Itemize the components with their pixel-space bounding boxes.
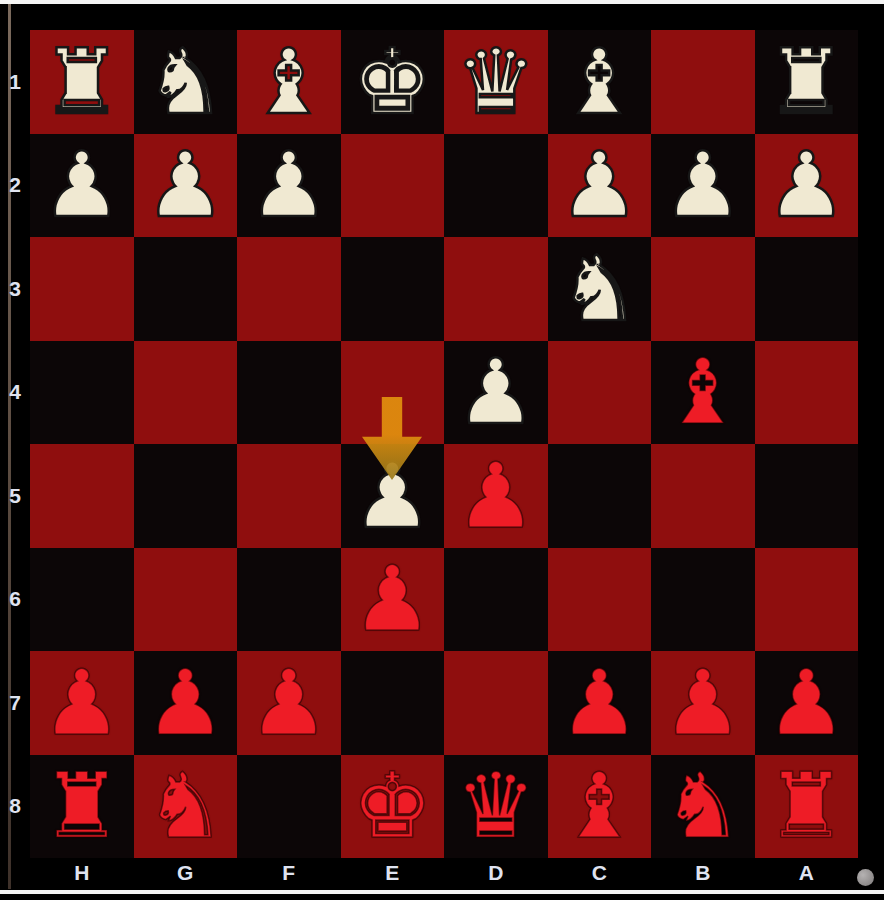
white-bishop[interactable]: ♝ [248, 37, 329, 127]
square-a7[interactable]: ♟ [755, 651, 859, 755]
square-b1[interactable] [651, 30, 755, 134]
square-e1[interactable]: ♚ [341, 30, 445, 134]
white-pawn[interactable]: ♟ [766, 140, 847, 230]
white-rook[interactable]: ♜ [766, 37, 847, 127]
red-bishop[interactable]: ♝ [662, 347, 743, 437]
white-bishop[interactable]: ♝ [559, 37, 640, 127]
white-pawn[interactable]: ♟ [41, 140, 122, 230]
file-label-h: H [30, 858, 134, 888]
red-pawn[interactable]: ♟ [662, 658, 743, 748]
square-e3[interactable] [341, 237, 445, 341]
white-pawn[interactable]: ♟ [662, 140, 743, 230]
square-e7[interactable] [341, 651, 445, 755]
red-queen[interactable]: ♛ [455, 761, 536, 851]
file-label-g: G [134, 858, 238, 888]
rank-label-7: 7 [0, 651, 30, 755]
window-top-border [0, 0, 884, 4]
square-f3[interactable] [237, 237, 341, 341]
square-f4[interactable] [237, 341, 341, 445]
rank-labels: 12345678 [0, 30, 30, 858]
rank-label-5: 5 [0, 444, 30, 548]
chess-board-window: 12345678 ♜♞♝♚♛♝♜♟♟♟♟♟♟♞♟♝♟♟♟♟♟♟♟♟♟♜♞♚♛♝♞… [0, 0, 884, 900]
red-pawn[interactable]: ♟ [248, 658, 329, 748]
square-c5[interactable] [548, 444, 652, 548]
square-d6[interactable] [444, 548, 548, 652]
square-b3[interactable] [651, 237, 755, 341]
square-d1[interactable]: ♛ [444, 30, 548, 134]
square-b6[interactable] [651, 548, 755, 652]
square-g5[interactable] [134, 444, 238, 548]
red-rook[interactable]: ♜ [766, 761, 847, 851]
white-knight[interactable]: ♞ [145, 37, 226, 127]
square-a3[interactable] [755, 237, 859, 341]
square-f5[interactable] [237, 444, 341, 548]
chess-board: ♜♞♝♚♛♝♜♟♟♟♟♟♟♞♟♝♟♟♟♟♟♟♟♟♟♜♞♚♛♝♞♜ [30, 30, 858, 858]
square-g8[interactable]: ♞ [134, 755, 238, 859]
red-pawn[interactable]: ♟ [352, 554, 433, 644]
square-h2[interactable]: ♟ [30, 134, 134, 238]
square-c6[interactable] [548, 548, 652, 652]
square-c4[interactable] [548, 341, 652, 445]
red-pawn[interactable]: ♟ [41, 658, 122, 748]
window-bottom-border [0, 890, 884, 894]
rank-label-1: 1 [0, 30, 30, 134]
square-f2[interactable]: ♟ [237, 134, 341, 238]
red-knight[interactable]: ♞ [145, 761, 226, 851]
square-b2[interactable]: ♟ [651, 134, 755, 238]
white-pawn[interactable]: ♟ [248, 140, 329, 230]
file-label-c: C [548, 858, 652, 888]
white-queen[interactable]: ♛ [455, 37, 536, 127]
file-label-f: F [237, 858, 341, 888]
red-king[interactable]: ♚ [352, 761, 433, 851]
square-d5[interactable]: ♟ [444, 444, 548, 548]
square-b7[interactable]: ♟ [651, 651, 755, 755]
square-h1[interactable]: ♜ [30, 30, 134, 134]
red-pawn[interactable]: ♟ [559, 658, 640, 748]
square-c7[interactable]: ♟ [548, 651, 652, 755]
square-c1[interactable]: ♝ [548, 30, 652, 134]
square-a1[interactable]: ♜ [755, 30, 859, 134]
square-g4[interactable] [134, 341, 238, 445]
square-c8[interactable]: ♝ [548, 755, 652, 859]
square-a2[interactable]: ♟ [755, 134, 859, 238]
rank-label-3: 3 [0, 237, 30, 341]
square-g6[interactable] [134, 548, 238, 652]
red-pawn[interactable]: ♟ [455, 451, 536, 541]
red-pawn[interactable]: ♟ [145, 658, 226, 748]
red-knight[interactable]: ♞ [662, 761, 743, 851]
rank-label-4: 4 [0, 341, 30, 445]
square-b5[interactable] [651, 444, 755, 548]
red-rook[interactable]: ♜ [41, 761, 122, 851]
red-bishop[interactable]: ♝ [559, 761, 640, 851]
square-g1[interactable]: ♞ [134, 30, 238, 134]
square-f1[interactable]: ♝ [237, 30, 341, 134]
square-e8[interactable]: ♚ [341, 755, 445, 859]
white-pawn[interactable]: ♟ [455, 347, 536, 437]
square-d4[interactable]: ♟ [444, 341, 548, 445]
square-b8[interactable]: ♞ [651, 755, 755, 859]
square-a6[interactable] [755, 548, 859, 652]
file-label-d: D [444, 858, 548, 888]
square-d2[interactable] [444, 134, 548, 238]
white-pawn[interactable]: ♟ [559, 140, 640, 230]
square-a8[interactable]: ♜ [755, 755, 859, 859]
square-g7[interactable]: ♟ [134, 651, 238, 755]
white-pawn[interactable]: ♟ [145, 140, 226, 230]
file-label-a: A [755, 858, 859, 888]
square-c2[interactable]: ♟ [548, 134, 652, 238]
white-rook[interactable]: ♜ [41, 37, 122, 127]
square-d7[interactable] [444, 651, 548, 755]
square-f8[interactable] [237, 755, 341, 859]
rank-label-6: 6 [0, 548, 30, 652]
square-h8[interactable]: ♜ [30, 755, 134, 859]
square-h6[interactable] [30, 548, 134, 652]
square-f6[interactable] [237, 548, 341, 652]
rank-label-2: 2 [0, 134, 30, 238]
square-e2[interactable] [341, 134, 445, 238]
file-label-e: E [341, 858, 445, 888]
square-h7[interactable]: ♟ [30, 651, 134, 755]
white-knight[interactable]: ♞ [559, 244, 640, 334]
square-e6[interactable]: ♟ [341, 548, 445, 652]
square-f7[interactable]: ♟ [237, 651, 341, 755]
square-a5[interactable] [755, 444, 859, 548]
square-b4[interactable]: ♝ [651, 341, 755, 445]
square-a4[interactable] [755, 341, 859, 445]
square-h3[interactable] [30, 237, 134, 341]
square-h5[interactable] [30, 444, 134, 548]
square-h4[interactable] [30, 341, 134, 445]
square-g3[interactable] [134, 237, 238, 341]
file-labels: HGFEDCBA [30, 858, 858, 888]
square-c3[interactable]: ♞ [548, 237, 652, 341]
status-dot [857, 869, 874, 886]
file-label-b: B [651, 858, 755, 888]
white-king[interactable]: ♚ [352, 37, 433, 127]
square-d3[interactable] [444, 237, 548, 341]
square-d8[interactable]: ♛ [444, 755, 548, 859]
square-g2[interactable]: ♟ [134, 134, 238, 238]
rank-label-8: 8 [0, 755, 30, 859]
red-pawn[interactable]: ♟ [766, 658, 847, 748]
